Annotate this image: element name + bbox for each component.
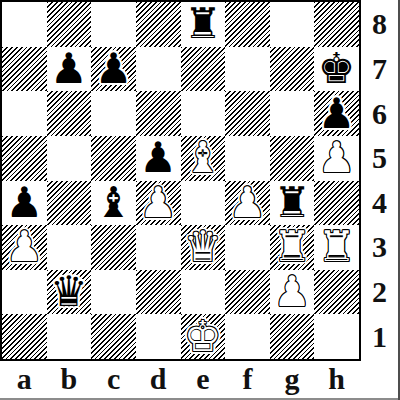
- square-b8[interactable]: [47, 2, 92, 47]
- square-e5[interactable]: ♝: [181, 136, 226, 181]
- square-c1[interactable]: [91, 314, 136, 359]
- square-d6[interactable]: [136, 91, 181, 136]
- square-d5[interactable]: ♟: [136, 136, 181, 181]
- rank-label-8: 8: [361, 2, 398, 47]
- square-h2[interactable]: [314, 270, 359, 315]
- file-label-h: h: [314, 361, 359, 397]
- piece-white-bishop[interactable]: ♝: [184, 136, 222, 180]
- square-e6[interactable]: [181, 91, 226, 136]
- square-h7[interactable]: ♚: [314, 47, 359, 92]
- square-f4[interactable]: ♟: [225, 181, 270, 226]
- rank-label-1: 1: [361, 314, 398, 359]
- square-h8[interactable]: [314, 2, 359, 47]
- square-e1[interactable]: ♚: [181, 314, 226, 359]
- piece-black-bishop[interactable]: ♝: [95, 181, 133, 225]
- rank-label-4: 4: [361, 181, 398, 226]
- rank-label-7: 7: [361, 47, 398, 92]
- piece-white-king[interactable]: ♚: [184, 315, 222, 359]
- square-e4[interactable]: [181, 181, 226, 226]
- square-b3[interactable]: [47, 225, 92, 270]
- file-labels: abcdefgh: [2, 361, 359, 397]
- square-g3[interactable]: ♜: [270, 225, 315, 270]
- square-g1[interactable]: [270, 314, 315, 359]
- square-d1[interactable]: [136, 314, 181, 359]
- square-f2[interactable]: [225, 270, 270, 315]
- piece-white-rook[interactable]: ♜: [273, 225, 311, 269]
- piece-white-pawn[interactable]: ♟: [139, 181, 177, 225]
- square-e2[interactable]: [181, 270, 226, 315]
- square-b7[interactable]: ♟: [47, 47, 92, 92]
- square-a3[interactable]: ♟: [2, 225, 47, 270]
- square-a2[interactable]: [2, 270, 47, 315]
- square-c8[interactable]: [91, 2, 136, 47]
- square-c5[interactable]: [91, 136, 136, 181]
- file-label-d: d: [136, 361, 181, 397]
- square-e7[interactable]: [181, 47, 226, 92]
- rank-label-3: 3: [361, 225, 398, 270]
- piece-black-pawn[interactable]: ♟: [318, 92, 356, 136]
- square-f3[interactable]: [225, 225, 270, 270]
- square-a6[interactable]: [2, 91, 47, 136]
- square-f7[interactable]: [225, 47, 270, 92]
- piece-white-queen[interactable]: ♛: [184, 225, 222, 269]
- square-c6[interactable]: [91, 91, 136, 136]
- square-g7[interactable]: [270, 47, 315, 92]
- piece-black-queen[interactable]: ♛: [50, 270, 88, 314]
- square-a1[interactable]: [2, 314, 47, 359]
- piece-white-pawn[interactable]: ♟: [229, 181, 267, 225]
- square-e3[interactable]: ♛: [181, 225, 226, 270]
- square-g6[interactable]: [270, 91, 315, 136]
- square-a5[interactable]: [2, 136, 47, 181]
- square-b2[interactable]: ♛: [47, 270, 92, 315]
- square-g5[interactable]: [270, 136, 315, 181]
- piece-black-rook[interactable]: ♜: [273, 181, 311, 225]
- piece-black-pawn[interactable]: ♟: [95, 47, 133, 91]
- rank-label-2: 2: [361, 270, 398, 315]
- file-label-b: b: [47, 361, 92, 397]
- file-label-e: e: [181, 361, 226, 397]
- rank-label-5: 5: [361, 136, 398, 181]
- square-h3[interactable]: ♜: [314, 225, 359, 270]
- square-d3[interactable]: [136, 225, 181, 270]
- rank-labels: 87654321: [361, 2, 398, 359]
- piece-white-rook[interactable]: ♜: [318, 225, 356, 269]
- square-f6[interactable]: [225, 91, 270, 136]
- square-h4[interactable]: [314, 181, 359, 226]
- piece-white-pawn[interactable]: ♟: [318, 136, 356, 180]
- rank-label-6: 6: [361, 91, 398, 136]
- square-f8[interactable]: [225, 2, 270, 47]
- square-a7[interactable]: [2, 47, 47, 92]
- square-b4[interactable]: [47, 181, 92, 226]
- file-label-a: a: [2, 361, 47, 397]
- square-b6[interactable]: [47, 91, 92, 136]
- square-d7[interactable]: [136, 47, 181, 92]
- square-e8[interactable]: ♜: [181, 2, 226, 47]
- square-g4[interactable]: ♜: [270, 181, 315, 226]
- piece-black-pawn[interactable]: ♟: [139, 136, 177, 180]
- square-f1[interactable]: [225, 314, 270, 359]
- piece-white-pawn[interactable]: ♟: [273, 270, 311, 314]
- file-label-f: f: [225, 361, 270, 397]
- square-h1[interactable]: [314, 314, 359, 359]
- square-d2[interactable]: [136, 270, 181, 315]
- square-a4[interactable]: ♟: [2, 181, 47, 226]
- square-g8[interactable]: [270, 2, 315, 47]
- square-h6[interactable]: ♟: [314, 91, 359, 136]
- square-c2[interactable]: [91, 270, 136, 315]
- square-d4[interactable]: ♟: [136, 181, 181, 226]
- square-d8[interactable]: [136, 2, 181, 47]
- square-h5[interactable]: ♟: [314, 136, 359, 181]
- chess-diagram: ♜♟♟♚♟♟♝♟♟♝♟♟♜♟♛♜♜♛♟♚ 87654321 abcdefgh: [0, 0, 400, 400]
- piece-white-pawn[interactable]: ♟: [5, 225, 43, 269]
- square-b5[interactable]: [47, 136, 92, 181]
- piece-black-king[interactable]: ♚: [318, 47, 356, 91]
- file-label-c: c: [91, 361, 136, 397]
- square-b1[interactable]: [47, 314, 92, 359]
- square-a8[interactable]: [2, 2, 47, 47]
- square-c4[interactable]: ♝: [91, 181, 136, 226]
- piece-black-pawn[interactable]: ♟: [5, 181, 43, 225]
- square-c3[interactable]: [91, 225, 136, 270]
- square-c7[interactable]: ♟: [91, 47, 136, 92]
- file-label-g: g: [270, 361, 315, 397]
- piece-black-rook[interactable]: ♜: [184, 2, 222, 46]
- square-g2[interactable]: ♟: [270, 270, 315, 315]
- chess-board: ♜♟♟♚♟♟♝♟♟♝♟♟♜♟♛♜♜♛♟♚: [0, 0, 361, 361]
- square-f5[interactable]: [225, 136, 270, 181]
- piece-black-pawn[interactable]: ♟: [50, 47, 88, 91]
